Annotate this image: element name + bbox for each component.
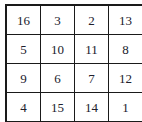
grid-cell-r2c0: 9 (7, 64, 40, 92)
grid-cell-r0c1: 3 (41, 6, 74, 34)
grid-cell-r1c1: 10 (41, 35, 74, 63)
grid: 16 3 2 13 5 10 11 8 9 6 7 12 4 15 14 1 (5, 4, 142, 122)
grid-cell-r0c2: 2 (75, 6, 108, 34)
grid-cell-r2c1: 6 (41, 64, 74, 92)
magic-square-board: 16 3 2 13 5 10 11 8 9 6 7 12 4 15 14 1 (5, 4, 142, 122)
grid-cell-r0c3: 13 (109, 6, 142, 34)
grid-cell-r3c0: 4 (7, 93, 40, 121)
grid-cell-r2c3: 12 (109, 64, 142, 92)
grid-cell-r1c2: 11 (75, 35, 108, 63)
grid-cell-r0c0: 16 (7, 6, 40, 34)
grid-cell-r1c3: 8 (109, 35, 142, 63)
grid-cell-r1c0: 5 (7, 35, 40, 63)
grid-cell-r3c3: 1 (109, 93, 142, 121)
grid-cell-r3c1: 15 (41, 93, 74, 121)
grid-cell-r3c2: 14 (75, 93, 108, 121)
grid-cell-r2c2: 7 (75, 64, 108, 92)
